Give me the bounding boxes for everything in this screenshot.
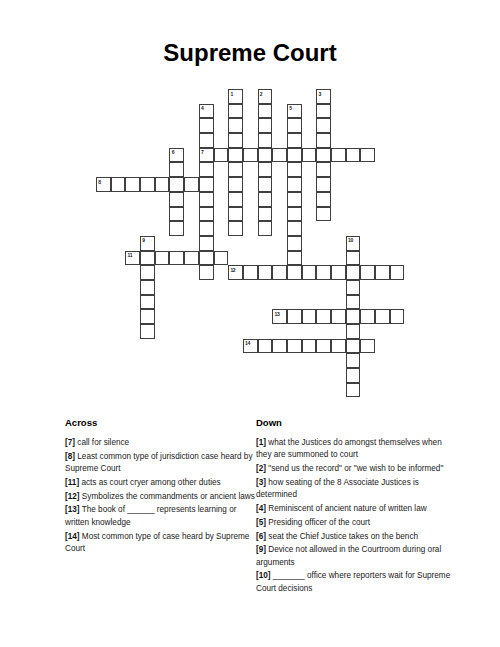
grid-cell[interactable]: 2 xyxy=(258,89,273,104)
cell-number: 3 xyxy=(319,91,321,97)
grid-cell[interactable] xyxy=(287,162,302,177)
clue-down-6: [6] seat the Chief Justice takes on the … xyxy=(256,531,452,543)
grid-cell[interactable] xyxy=(331,309,346,324)
cell-number: 9 xyxy=(142,237,144,243)
grid-cell[interactable] xyxy=(272,265,287,280)
grid-cell[interactable]: 4 xyxy=(199,104,214,119)
grid-cell[interactable] xyxy=(316,192,331,207)
cell-number: 7 xyxy=(201,149,203,155)
grid-cell[interactable] xyxy=(199,207,214,222)
grid-cell[interactable]: 9 xyxy=(140,236,155,251)
grid-cell[interactable] xyxy=(228,207,243,222)
cell-number: 6 xyxy=(172,149,174,155)
clue-across-12: [12] Symbolizes the commandments or anci… xyxy=(65,491,261,503)
grid-cell[interactable] xyxy=(346,251,361,266)
grid-cell[interactable] xyxy=(258,177,273,192)
grid-cell[interactable] xyxy=(169,192,184,207)
clue-number: [6] xyxy=(256,532,266,541)
grid-cell[interactable]: 11 xyxy=(125,251,140,266)
across-clues-section: Across [7] call for silence[8] Least com… xyxy=(65,418,261,557)
clue-number: [8] xyxy=(65,452,75,461)
grid-cell[interactable] xyxy=(140,309,155,324)
grid-cell[interactable] xyxy=(360,339,375,354)
clue-text: Reminiscent of ancient nature of written… xyxy=(266,504,427,513)
clue-across-11: [11] acts as court cryer among other dut… xyxy=(65,477,261,489)
grid-cell[interactable] xyxy=(199,118,214,133)
grid-cell[interactable] xyxy=(125,177,140,192)
grid-cell[interactable] xyxy=(346,339,361,354)
grid-cell[interactable] xyxy=(316,148,331,163)
grid-cell[interactable] xyxy=(228,192,243,207)
grid-cell[interactable] xyxy=(258,118,273,133)
crossword-grid: 1234567891011121314 xyxy=(96,89,405,398)
grid-cell[interactable]: 10 xyxy=(346,236,361,251)
clue-text: Most common type of case heard by Suprem… xyxy=(65,532,249,553)
grid-cell[interactable] xyxy=(316,133,331,148)
grid-cell[interactable] xyxy=(287,236,302,251)
grid-cell[interactable] xyxy=(346,353,361,368)
grid-cell[interactable] xyxy=(302,339,317,354)
cell-number: 14 xyxy=(245,340,250,346)
grid-cell[interactable] xyxy=(228,148,243,163)
grid-cell[interactable]: 13 xyxy=(272,309,287,324)
cell-number: 1 xyxy=(230,91,232,97)
clue-number: [7] xyxy=(65,438,75,447)
grid-cell[interactable]: 6 xyxy=(169,148,184,163)
grid-cell[interactable] xyxy=(316,339,331,354)
clue-down-4: [4] Reminiscent of ancient nature of wri… xyxy=(256,503,452,515)
grid-cell[interactable] xyxy=(258,265,273,280)
grid-cell[interactable] xyxy=(169,177,184,192)
down-clue-list: [1] what the Justices do amongst themsel… xyxy=(256,437,452,595)
cell-number: 8 xyxy=(98,179,100,185)
cell-number: 12 xyxy=(230,267,235,273)
grid-cell[interactable] xyxy=(169,162,184,177)
clue-across-14: [14] Most common type of case heard by S… xyxy=(65,531,261,556)
cell-number: 2 xyxy=(260,91,262,97)
grid-cell[interactable] xyxy=(287,192,302,207)
clue-text: call for silence xyxy=(75,438,129,447)
grid-cell[interactable] xyxy=(199,236,214,251)
grid-cell[interactable] xyxy=(287,133,302,148)
clue-number: [14] xyxy=(65,532,80,541)
grid-cell[interactable] xyxy=(287,265,302,280)
grid-cell[interactable] xyxy=(316,162,331,177)
grid-cell[interactable] xyxy=(360,265,375,280)
grid-cell[interactable] xyxy=(228,177,243,192)
grid-cell[interactable] xyxy=(390,265,405,280)
grid-cell[interactable] xyxy=(258,133,273,148)
clue-text: Symbolizes the commandments or ancient l… xyxy=(80,492,255,501)
clue-number: [10] xyxy=(256,571,271,580)
grid-cell[interactable] xyxy=(316,118,331,133)
grid-cell[interactable] xyxy=(360,148,375,163)
grid-cell[interactable] xyxy=(360,309,375,324)
clue-across-8: [8] Least common type of jurisdiction ca… xyxy=(65,451,261,476)
grid-cell[interactable] xyxy=(331,148,346,163)
clue-across-7: [7] call for silence xyxy=(65,437,261,449)
grid-cell[interactable] xyxy=(184,251,199,266)
grid-cell[interactable]: 7 xyxy=(199,148,214,163)
grid-cell[interactable] xyxy=(199,192,214,207)
grid-cell[interactable] xyxy=(228,104,243,119)
grid-cell[interactable]: 1 xyxy=(228,89,243,104)
clue-text: Presiding officer of the court xyxy=(266,518,370,527)
clue-text: what the Justices do amongst themselves … xyxy=(256,438,442,459)
grid-cell[interactable] xyxy=(346,265,361,280)
grid-cell[interactable] xyxy=(346,368,361,383)
cell-number: 5 xyxy=(289,105,291,111)
grid-cell[interactable] xyxy=(258,192,273,207)
grid-cell[interactable] xyxy=(258,339,273,354)
clue-text: seat the Chief Justice takes on the benc… xyxy=(266,532,418,541)
clue-number: [13] xyxy=(65,505,80,514)
grid-cell[interactable] xyxy=(243,265,258,280)
clue-text: Device not allowed in the Courtroom duri… xyxy=(256,545,441,566)
grid-cell[interactable] xyxy=(316,265,331,280)
grid-cell[interactable] xyxy=(375,309,390,324)
grid-cell[interactable] xyxy=(346,383,361,398)
grid-cell[interactable] xyxy=(155,251,170,266)
clue-down-3: [3] how seating of the 8 Associate Justi… xyxy=(256,477,452,502)
page: Supreme Court 1234567891011121314 Across… xyxy=(0,0,500,647)
grid-cell[interactable] xyxy=(346,309,361,324)
grid-cell[interactable] xyxy=(111,177,126,192)
grid-cell[interactable] xyxy=(316,177,331,192)
grid-cell[interactable] xyxy=(346,324,361,339)
grid-cell[interactable] xyxy=(287,118,302,133)
grid-cell[interactable] xyxy=(316,104,331,119)
clue-text: _______ office where reporters wait for … xyxy=(256,571,450,592)
grid-cell[interactable] xyxy=(140,295,155,310)
clue-number: [1] xyxy=(256,438,266,447)
grid-cell[interactable] xyxy=(258,162,273,177)
clue-down-1: [1] what the Justices do amongst themsel… xyxy=(256,437,452,462)
grid-cell[interactable] xyxy=(169,207,184,222)
grid-cell[interactable] xyxy=(258,104,273,119)
grid-cell[interactable] xyxy=(184,177,199,192)
clue-down-2: [2] "send us the record" or "we wish to … xyxy=(256,463,452,475)
grid-cell[interactable] xyxy=(140,251,155,266)
grid-cell[interactable]: 14 xyxy=(243,339,258,354)
clue-down-9: [9] Device not allowed in the Courtroom … xyxy=(256,544,452,569)
grid-cell[interactable] xyxy=(272,148,287,163)
clue-number: [2] xyxy=(256,464,266,473)
grid-cell[interactable] xyxy=(287,221,302,236)
grid-cell[interactable] xyxy=(140,280,155,295)
grid-cell[interactable] xyxy=(272,339,287,354)
puzzle-title: Supreme Court xyxy=(0,41,500,65)
cell-number: 4 xyxy=(201,105,203,111)
grid-cell[interactable] xyxy=(199,251,214,266)
grid-cell[interactable] xyxy=(199,162,214,177)
cell-number: 10 xyxy=(348,237,353,243)
clue-text: acts as court cryer among other duties xyxy=(79,478,221,487)
clue-down-5: [5] Presiding officer of the court xyxy=(256,517,452,529)
grid-cell[interactable] xyxy=(199,133,214,148)
grid-cell[interactable] xyxy=(228,162,243,177)
grid-cell[interactable] xyxy=(287,207,302,222)
clue-across-13: [13] The book of ______ represents learn… xyxy=(65,504,261,529)
grid-cell[interactable] xyxy=(199,177,214,192)
clue-number: [5] xyxy=(256,518,266,527)
grid-cell[interactable] xyxy=(243,148,258,163)
grid-cell[interactable] xyxy=(287,309,302,324)
clue-number: [12] xyxy=(65,492,80,501)
grid-cell[interactable] xyxy=(316,207,331,222)
grid-cell[interactable] xyxy=(214,251,229,266)
grid-cell[interactable]: 3 xyxy=(316,89,331,104)
across-clue-list: [7] call for silence[8] Least common typ… xyxy=(65,437,261,555)
grid-cell[interactable] xyxy=(228,118,243,133)
grid-cell[interactable]: 12 xyxy=(228,265,243,280)
grid-cell[interactable] xyxy=(140,177,155,192)
grid-cell[interactable] xyxy=(169,251,184,266)
grid-cell[interactable] xyxy=(287,339,302,354)
grid-cell[interactable] xyxy=(140,265,155,280)
grid-cell[interactable] xyxy=(287,177,302,192)
cell-number: 11 xyxy=(128,252,133,258)
clue-down-10: [10] _______ office where reporters wait… xyxy=(256,570,452,595)
grid-cell[interactable] xyxy=(140,324,155,339)
grid-cell[interactable] xyxy=(302,265,317,280)
clue-number: [9] xyxy=(256,545,266,554)
grid-cell[interactable] xyxy=(287,148,302,163)
cell-number: 13 xyxy=(274,311,279,317)
grid-cell[interactable] xyxy=(390,309,405,324)
grid-cell[interactable] xyxy=(346,280,361,295)
down-header: Down xyxy=(256,418,452,428)
grid-cell[interactable] xyxy=(258,221,273,236)
grid-cell[interactable] xyxy=(346,295,361,310)
grid-cell[interactable] xyxy=(331,339,346,354)
grid-cell[interactable] xyxy=(258,148,273,163)
down-clues-section: Down [1] what the Justices do amongst th… xyxy=(256,418,452,597)
grid-cell[interactable] xyxy=(287,251,302,266)
grid-cell[interactable] xyxy=(155,177,170,192)
clue-number: [11] xyxy=(65,478,79,487)
clue-text: how seating of the 8 Associate Justices … xyxy=(256,478,419,499)
clue-text: Least common type of jurisdiction case h… xyxy=(65,452,253,473)
grid-cell[interactable] xyxy=(346,148,361,163)
grid-cell[interactable] xyxy=(199,265,214,280)
grid-cell[interactable]: 5 xyxy=(287,104,302,119)
grid-cell[interactable] xyxy=(258,207,273,222)
clue-number: [3] xyxy=(256,478,266,487)
grid-cell[interactable]: 8 xyxy=(96,177,111,192)
grid-cell[interactable] xyxy=(169,221,184,236)
clue-text: The book of ______ represents learning o… xyxy=(65,505,236,526)
grid-cell[interactable] xyxy=(375,265,390,280)
grid-cell[interactable] xyxy=(228,133,243,148)
grid-cell[interactable] xyxy=(228,221,243,236)
grid-cell[interactable] xyxy=(302,148,317,163)
clue-number: [4] xyxy=(256,504,266,513)
clue-text: "send us the record" or "we wish to be i… xyxy=(266,464,443,473)
grid-cell[interactable] xyxy=(331,265,346,280)
grid-cell[interactable] xyxy=(214,148,229,163)
grid-cell[interactable] xyxy=(199,221,214,236)
grid-cell[interactable] xyxy=(302,309,317,324)
across-header: Across xyxy=(65,418,261,428)
grid-cell[interactable] xyxy=(316,309,331,324)
